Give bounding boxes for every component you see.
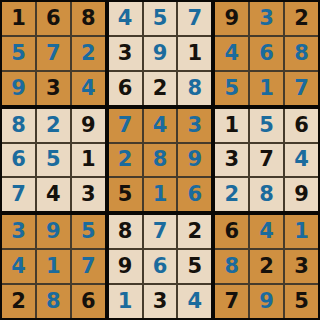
cell-r2c8[interactable]: 6	[250, 37, 283, 70]
cell-r1c1[interactable]: 1	[2, 2, 35, 35]
box-1-2: 457391628	[109, 2, 212, 105]
cell-r6c3[interactable]: 3	[72, 178, 105, 211]
cell-r9c3[interactable]: 6	[72, 285, 105, 318]
box-2-1: 829651743	[2, 109, 105, 212]
cell-r7c8[interactable]: 4	[250, 215, 283, 248]
cell-r9c2[interactable]: 8	[37, 285, 70, 318]
cell-r4c9[interactable]: 6	[285, 109, 318, 142]
box-1-3: 932468517	[215, 2, 318, 105]
cell-r1c5[interactable]: 5	[144, 2, 177, 35]
box-3-1: 395417286	[2, 215, 105, 318]
cell-r7c7[interactable]: 6	[215, 215, 248, 248]
cell-r5c6[interactable]: 9	[178, 144, 211, 177]
cell-r9c4[interactable]: 1	[109, 285, 142, 318]
cell-r5c2[interactable]: 5	[37, 144, 70, 177]
cell-r8c4[interactable]: 9	[109, 250, 142, 283]
cell-r7c5[interactable]: 7	[144, 215, 177, 248]
cell-r1c2[interactable]: 6	[37, 2, 70, 35]
cell-r7c1[interactable]: 3	[2, 215, 35, 248]
cell-r8c3[interactable]: 7	[72, 250, 105, 283]
cell-r8c7[interactable]: 8	[215, 250, 248, 283]
cell-r3c3[interactable]: 4	[72, 72, 105, 105]
cell-r7c3[interactable]: 5	[72, 215, 105, 248]
cell-r6c4[interactable]: 5	[109, 178, 142, 211]
cell-r3c7[interactable]: 5	[215, 72, 248, 105]
cell-r2c5[interactable]: 9	[144, 37, 177, 70]
cell-r3c6[interactable]: 8	[178, 72, 211, 105]
box-3-3: 641823795	[215, 215, 318, 318]
cell-r4c4[interactable]: 7	[109, 109, 142, 142]
cell-r2c1[interactable]: 5	[2, 37, 35, 70]
cell-r9c9[interactable]: 5	[285, 285, 318, 318]
cell-r1c7[interactable]: 9	[215, 2, 248, 35]
cell-r8c5[interactable]: 6	[144, 250, 177, 283]
cell-r9c7[interactable]: 7	[215, 285, 248, 318]
cell-r4c5[interactable]: 4	[144, 109, 177, 142]
cell-r3c9[interactable]: 7	[285, 72, 318, 105]
cell-r4c6[interactable]: 3	[178, 109, 211, 142]
cell-r3c8[interactable]: 1	[250, 72, 283, 105]
cell-r7c9[interactable]: 1	[285, 215, 318, 248]
cell-r8c8[interactable]: 2	[250, 250, 283, 283]
cell-r1c6[interactable]: 7	[178, 2, 211, 35]
cell-r3c4[interactable]: 6	[109, 72, 142, 105]
sudoku-board: 1685729344573916289324685178296517437432…	[0, 0, 320, 320]
cell-r5c1[interactable]: 6	[2, 144, 35, 177]
cell-r6c9[interactable]: 9	[285, 178, 318, 211]
cell-r7c4[interactable]: 8	[109, 215, 142, 248]
cell-r2c7[interactable]: 4	[215, 37, 248, 70]
cell-r9c5[interactable]: 3	[144, 285, 177, 318]
cell-r6c1[interactable]: 7	[2, 178, 35, 211]
cell-r6c2[interactable]: 4	[37, 178, 70, 211]
cell-r1c4[interactable]: 4	[109, 2, 142, 35]
cell-r5c8[interactable]: 7	[250, 144, 283, 177]
cell-r4c2[interactable]: 2	[37, 109, 70, 142]
cell-r3c1[interactable]: 9	[2, 72, 35, 105]
cell-r5c9[interactable]: 4	[285, 144, 318, 177]
cell-r5c4[interactable]: 2	[109, 144, 142, 177]
box-2-2: 743289516	[109, 109, 212, 212]
cell-r6c8[interactable]: 8	[250, 178, 283, 211]
cell-r7c2[interactable]: 9	[37, 215, 70, 248]
cell-r2c9[interactable]: 8	[285, 37, 318, 70]
cell-r4c3[interactable]: 9	[72, 109, 105, 142]
cell-r3c5[interactable]: 2	[144, 72, 177, 105]
box-3-2: 872965134	[109, 215, 212, 318]
cell-r4c8[interactable]: 5	[250, 109, 283, 142]
cell-r2c2[interactable]: 7	[37, 37, 70, 70]
cell-r6c6[interactable]: 6	[178, 178, 211, 211]
cell-r9c8[interactable]: 9	[250, 285, 283, 318]
cell-r8c9[interactable]: 3	[285, 250, 318, 283]
cell-r2c6[interactable]: 1	[178, 37, 211, 70]
cell-r4c1[interactable]: 8	[2, 109, 35, 142]
cell-r1c3[interactable]: 8	[72, 2, 105, 35]
cell-r1c8[interactable]: 3	[250, 2, 283, 35]
box-1-1: 168572934	[2, 2, 105, 105]
cell-r9c1[interactable]: 2	[2, 285, 35, 318]
box-2-3: 156374289	[215, 109, 318, 212]
cell-r8c6[interactable]: 5	[178, 250, 211, 283]
cell-r5c7[interactable]: 3	[215, 144, 248, 177]
cell-r7c6[interactable]: 2	[178, 215, 211, 248]
cell-r9c6[interactable]: 4	[178, 285, 211, 318]
cell-r8c1[interactable]: 4	[2, 250, 35, 283]
cell-r4c7[interactable]: 1	[215, 109, 248, 142]
cell-r2c3[interactable]: 2	[72, 37, 105, 70]
cell-r3c2[interactable]: 3	[37, 72, 70, 105]
cell-r5c5[interactable]: 8	[144, 144, 177, 177]
cell-r8c2[interactable]: 1	[37, 250, 70, 283]
cell-r6c7[interactable]: 2	[215, 178, 248, 211]
cell-r2c4[interactable]: 3	[109, 37, 142, 70]
cell-r1c9[interactable]: 2	[285, 2, 318, 35]
cell-r5c3[interactable]: 1	[72, 144, 105, 177]
cell-r6c5[interactable]: 1	[144, 178, 177, 211]
